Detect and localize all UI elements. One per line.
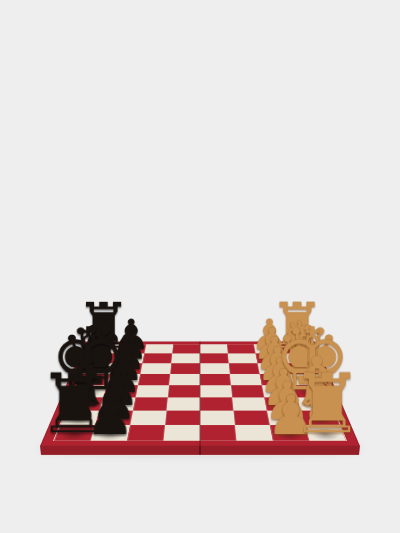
square-c3[interactable]: [229, 363, 260, 374]
piece-contact-shadow: [109, 375, 139, 385]
square-e3[interactable]: [231, 385, 264, 397]
piece-contact-shadow: [288, 365, 317, 374]
piece-contact-shadow: [282, 346, 309, 354]
square-f3[interactable]: [232, 397, 267, 410]
square-b3[interactable]: [228, 354, 258, 364]
square-g3[interactable]: [233, 411, 269, 425]
square-a4[interactable]: [200, 344, 228, 353]
square-h8[interactable]: ♜: [54, 425, 95, 441]
square-d7[interactable]: ♟: [107, 374, 140, 385]
square-c7[interactable]: ♟: [111, 363, 143, 374]
square-h7[interactable]: ♟: [91, 425, 131, 441]
square-a5[interactable]: [172, 344, 200, 353]
square-c1[interactable]: ♝: [286, 363, 319, 374]
square-g7[interactable]: ♟: [95, 411, 133, 425]
square-e4[interactable]: [200, 385, 232, 397]
square-e7[interactable]: ♟: [103, 385, 138, 397]
square-b4[interactable]: [200, 354, 229, 364]
piece-contact-shadow: [285, 355, 313, 363]
square-g5[interactable]: [165, 411, 200, 425]
square-f1[interactable]: ♝: [297, 397, 334, 410]
product-photo-scene: ♜♟♟♜♞♟♟♞♝♟♟♝♛♟♟♛♚♟♟♚♝♟♟♝♞♟♟♞♜♟♟♜: [0, 0, 400, 533]
square-e5[interactable]: [168, 385, 200, 397]
square-a8[interactable]: ♜: [89, 344, 120, 353]
square-h4[interactable]: [200, 425, 236, 441]
square-d2[interactable]: ♟: [260, 374, 293, 385]
square-b6[interactable]: [142, 354, 172, 364]
square-h3[interactable]: [235, 425, 273, 441]
piece-contact-shadow: [87, 355, 115, 363]
square-f2[interactable]: ♟: [264, 397, 300, 410]
square-b2[interactable]: ♟: [256, 354, 287, 364]
piece-contact-shadow: [73, 387, 105, 397]
piece-contact-shadow: [272, 427, 307, 440]
piece-contact-shadow: [68, 399, 101, 410]
piece-contact-shadow: [90, 346, 117, 354]
square-e2[interactable]: ♟: [262, 385, 297, 397]
piece-contact-shadow: [299, 399, 332, 410]
piece-contact-shadow: [255, 346, 281, 354]
piece-contact-shadow: [115, 355, 142, 363]
square-f4[interactable]: [200, 397, 233, 410]
square-d6[interactable]: [138, 374, 170, 385]
piece-contact-shadow: [82, 365, 111, 374]
piece-contact-shadow: [303, 413, 338, 425]
square-d3[interactable]: [230, 374, 262, 385]
square-g2[interactable]: ♟: [267, 411, 305, 425]
square-f6[interactable]: [133, 397, 168, 410]
square-d4[interactable]: [200, 374, 231, 385]
square-a3[interactable]: [227, 344, 256, 353]
square-e6[interactable]: [136, 385, 169, 397]
square-c4[interactable]: [200, 363, 230, 374]
chess-board: ♜♟♟♜♞♟♟♞♝♟♟♝♛♟♟♛♚♟♟♚♝♟♟♝♞♟♟♞♜♟♟♜: [40, 342, 360, 446]
piece-contact-shadow: [101, 399, 133, 410]
piece-contact-shadow: [266, 399, 298, 410]
piece-contact-shadow: [257, 355, 284, 363]
square-b7[interactable]: ♟: [114, 354, 145, 364]
piece-contact-shadow: [292, 375, 322, 385]
piece-contact-shadow: [307, 427, 343, 440]
square-h5[interactable]: [164, 425, 200, 441]
square-b1[interactable]: ♞: [283, 354, 315, 364]
square-d1[interactable]: ♛: [289, 374, 323, 385]
square-d5[interactable]: [169, 374, 200, 385]
board-front-edge: [40, 446, 360, 456]
square-e1[interactable]: ♚: [293, 385, 329, 397]
piece-contact-shadow: [56, 427, 92, 440]
square-h2[interactable]: ♟: [270, 425, 310, 441]
piece-contact-shadow: [105, 387, 136, 397]
square-d8[interactable]: ♛: [76, 374, 110, 385]
square-b5[interactable]: [171, 354, 200, 364]
square-f8[interactable]: ♝: [66, 397, 103, 410]
piece-contact-shadow: [259, 365, 287, 374]
piece-contact-shadow: [269, 413, 303, 425]
piece-contact-shadow: [262, 375, 292, 385]
square-c8[interactable]: ♝: [81, 363, 114, 374]
square-h6[interactable]: [127, 425, 165, 441]
square-e8[interactable]: ♚: [71, 385, 107, 397]
square-g4[interactable]: [200, 411, 235, 425]
square-f5[interactable]: [167, 397, 200, 410]
square-c5[interactable]: [170, 363, 200, 374]
square-a6[interactable]: [144, 344, 173, 353]
piece-contact-shadow: [93, 427, 128, 440]
square-f7[interactable]: ♟: [100, 397, 136, 410]
square-h1[interactable]: ♜: [305, 425, 346, 441]
piece-contact-shadow: [118, 346, 144, 354]
square-a1[interactable]: ♜: [281, 344, 312, 353]
board-fold-seam: [199, 342, 201, 446]
piece-contact-shadow: [295, 387, 327, 397]
square-c2[interactable]: ♟: [258, 363, 290, 374]
square-g1[interactable]: ♞: [300, 411, 339, 425]
square-a2[interactable]: ♟: [254, 344, 284, 353]
square-g8[interactable]: ♞: [60, 411, 99, 425]
piece-contact-shadow: [97, 413, 131, 425]
square-a7[interactable]: ♟: [117, 344, 147, 353]
piece-contact-shadow: [112, 365, 140, 374]
piece-contact-shadow: [78, 375, 108, 385]
square-c6[interactable]: [140, 363, 171, 374]
square-b8[interactable]: ♞: [85, 354, 117, 364]
piece-contact-shadow: [264, 387, 295, 397]
square-g6[interactable]: [130, 411, 166, 425]
piece-contact-shadow: [62, 413, 97, 425]
